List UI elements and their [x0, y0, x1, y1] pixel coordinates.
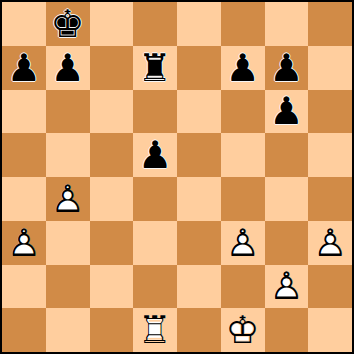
square-h4[interactable]	[308, 177, 352, 221]
square-f3[interactable]: ♟♙	[221, 221, 265, 265]
square-c8[interactable]	[90, 2, 134, 46]
white-pawn-outline-icon: ♙	[265, 265, 309, 309]
board: ♚♟♟♜♟♟♟♟♟♙♟♙♟♙♟♙♟♙♜♖♚♔	[0, 0, 354, 354]
square-d5[interactable]: ♟	[133, 133, 177, 177]
piece-black-pawn: ♟	[265, 90, 309, 134]
square-c7[interactable]	[90, 46, 134, 90]
black-pawn-icon: ♟	[2, 46, 46, 90]
piece-white-pawn: ♟♙	[221, 221, 265, 265]
piece-black-pawn: ♟	[265, 46, 309, 90]
square-h6[interactable]	[308, 90, 352, 134]
white-king-outline-icon: ♔	[221, 308, 265, 352]
piece-white-pawn: ♟♙	[2, 221, 46, 265]
square-b8[interactable]: ♚	[46, 2, 90, 46]
square-c4[interactable]	[90, 177, 134, 221]
square-b5[interactable]	[46, 133, 90, 177]
piece-black-king: ♚	[46, 2, 90, 46]
black-pawn-icon: ♟	[133, 133, 177, 177]
piece-black-pawn: ♟	[133, 133, 177, 177]
black-pawn-icon: ♟	[265, 90, 309, 134]
square-b4[interactable]: ♟♙	[46, 177, 90, 221]
square-d6[interactable]	[133, 90, 177, 134]
square-g5[interactable]	[265, 133, 309, 177]
piece-black-pawn: ♟	[2, 46, 46, 90]
square-d2[interactable]	[133, 265, 177, 309]
square-e4[interactable]	[177, 177, 221, 221]
square-h2[interactable]	[308, 265, 352, 309]
square-e1[interactable]	[177, 308, 221, 352]
piece-black-pawn: ♟	[46, 46, 90, 90]
square-h3[interactable]: ♟♙	[308, 221, 352, 265]
square-c2[interactable]	[90, 265, 134, 309]
square-g6[interactable]: ♟	[265, 90, 309, 134]
square-d4[interactable]	[133, 177, 177, 221]
square-a5[interactable]	[2, 133, 46, 177]
piece-white-pawn: ♟♙	[46, 177, 90, 221]
piece-white-rook: ♜♖	[133, 308, 177, 352]
square-b7[interactable]: ♟	[46, 46, 90, 90]
black-rook-icon: ♜	[133, 46, 177, 90]
square-e7[interactable]	[177, 46, 221, 90]
piece-white-pawn: ♟♙	[308, 221, 352, 265]
piece-black-pawn: ♟	[221, 46, 265, 90]
square-g4[interactable]	[265, 177, 309, 221]
black-pawn-icon: ♟	[221, 46, 265, 90]
square-e3[interactable]	[177, 221, 221, 265]
square-d1[interactable]: ♜♖	[133, 308, 177, 352]
square-a8[interactable]	[2, 2, 46, 46]
square-f2[interactable]	[221, 265, 265, 309]
square-a3[interactable]: ♟♙	[2, 221, 46, 265]
square-f1[interactable]: ♚♔	[221, 308, 265, 352]
square-d3[interactable]	[133, 221, 177, 265]
piece-black-rook: ♜	[133, 46, 177, 90]
square-b2[interactable]	[46, 265, 90, 309]
black-pawn-icon: ♟	[265, 46, 309, 90]
square-e5[interactable]	[177, 133, 221, 177]
square-c5[interactable]	[90, 133, 134, 177]
square-f5[interactable]	[221, 133, 265, 177]
square-e8[interactable]	[177, 2, 221, 46]
white-pawn-outline-icon: ♙	[308, 221, 352, 265]
square-f7[interactable]: ♟	[221, 46, 265, 90]
white-pawn-outline-icon: ♙	[2, 221, 46, 265]
square-f8[interactable]	[221, 2, 265, 46]
black-pawn-icon: ♟	[46, 46, 90, 90]
piece-white-king: ♚♔	[221, 308, 265, 352]
square-h8[interactable]	[308, 2, 352, 46]
square-d8[interactable]	[133, 2, 177, 46]
square-g3[interactable]	[265, 221, 309, 265]
square-h5[interactable]	[308, 133, 352, 177]
square-b1[interactable]	[46, 308, 90, 352]
square-a1[interactable]	[2, 308, 46, 352]
square-a4[interactable]	[2, 177, 46, 221]
square-f6[interactable]	[221, 90, 265, 134]
square-b3[interactable]	[46, 221, 90, 265]
square-c6[interactable]	[90, 90, 134, 134]
square-d7[interactable]: ♜	[133, 46, 177, 90]
white-pawn-outline-icon: ♙	[221, 221, 265, 265]
square-h1[interactable]	[308, 308, 352, 352]
white-pawn-outline-icon: ♙	[46, 177, 90, 221]
square-h7[interactable]	[308, 46, 352, 90]
square-g8[interactable]	[265, 2, 309, 46]
square-g1[interactable]	[265, 308, 309, 352]
square-g7[interactable]: ♟	[265, 46, 309, 90]
square-a2[interactable]	[2, 265, 46, 309]
square-c3[interactable]	[90, 221, 134, 265]
square-a7[interactable]: ♟	[2, 46, 46, 90]
white-rook-outline-icon: ♖	[133, 308, 177, 352]
square-e6[interactable]	[177, 90, 221, 134]
black-king-icon: ♚	[46, 2, 90, 46]
square-a6[interactable]	[2, 90, 46, 134]
square-f4[interactable]	[221, 177, 265, 221]
piece-white-pawn: ♟♙	[265, 265, 309, 309]
square-b6[interactable]	[46, 90, 90, 134]
square-c1[interactable]	[90, 308, 134, 352]
square-e2[interactable]	[177, 265, 221, 309]
square-g2[interactable]: ♟♙	[265, 265, 309, 309]
